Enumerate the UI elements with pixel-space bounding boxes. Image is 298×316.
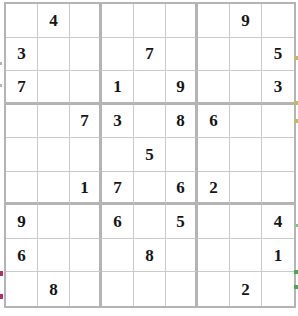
sudoku-cell-r6c3[interactable]: 1 [70, 172, 102, 206]
sudoku-cell-r2c6[interactable] [166, 38, 198, 72]
sudoku-cell-r4c3[interactable]: 7 [70, 105, 102, 139]
sudoku-cell-r2c8[interactable] [230, 38, 262, 72]
sudoku-cell-r1c7[interactable] [198, 4, 230, 38]
sudoku-cell-r3c4[interactable]: 1 [102, 71, 134, 105]
sudoku-cell-r3c5[interactable] [134, 71, 166, 105]
sudoku-cell-r2c7[interactable] [198, 38, 230, 72]
sudoku-cell-r1c1[interactable] [6, 4, 38, 38]
sudoku-cell-r6c9[interactable] [262, 172, 294, 206]
sudoku-cell-r1c6[interactable] [166, 4, 198, 38]
sudoku-cell-r7c7[interactable] [198, 205, 230, 239]
edge-mark-right-green-dot [296, 224, 298, 227]
edge-mark-right-green-1 [294, 270, 298, 274]
edge-mark-left-magenta-1 [0, 271, 3, 276]
sudoku-cell-r4c6[interactable]: 8 [166, 105, 198, 139]
sudoku-board: 493757193738651762965468182 [4, 2, 296, 308]
sudoku-cell-r7c2[interactable] [38, 205, 70, 239]
sudoku-cell-r2c4[interactable] [102, 38, 134, 72]
sudoku-cell-r6c6[interactable]: 6 [166, 172, 198, 206]
sudoku-cell-r7c6[interactable]: 5 [166, 205, 198, 239]
sudoku-cell-r9c4[interactable] [102, 272, 134, 306]
sudoku-cell-r8c8[interactable] [230, 239, 262, 273]
sudoku-cell-r5c4[interactable] [102, 138, 134, 172]
sudoku-cell-r7c8[interactable] [230, 205, 262, 239]
sudoku-cell-r9c9[interactable] [262, 272, 294, 306]
edge-mark-left-gray-dot-2 [0, 84, 2, 87]
sudoku-cell-r7c1[interactable]: 9 [6, 205, 38, 239]
sudoku-cell-r6c5[interactable] [134, 172, 166, 206]
sudoku-cell-r1c3[interactable] [70, 4, 102, 38]
sudoku-cell-r4c4[interactable]: 3 [102, 105, 134, 139]
sudoku-cell-r3c6[interactable]: 9 [166, 71, 198, 105]
sudoku-cell-r1c9[interactable] [262, 4, 294, 38]
sudoku-cell-r5c5[interactable]: 5 [134, 138, 166, 172]
sudoku-cell-r4c8[interactable] [230, 105, 262, 139]
sudoku-cell-r3c2[interactable] [38, 71, 70, 105]
sudoku-cell-r5c1[interactable] [6, 138, 38, 172]
sudoku-cell-r1c2[interactable]: 4 [38, 4, 70, 38]
sudoku-cell-r7c3[interactable] [70, 205, 102, 239]
sudoku-cell-r9c2[interactable]: 8 [38, 272, 70, 306]
sudoku-cell-r3c7[interactable] [198, 71, 230, 105]
sudoku-cell-r3c1[interactable]: 7 [6, 71, 38, 105]
sudoku-cell-r5c2[interactable] [38, 138, 70, 172]
sudoku-cell-r6c7[interactable]: 2 [198, 172, 230, 206]
sudoku-cell-r7c5[interactable] [134, 205, 166, 239]
sudoku-cell-r8c7[interactable] [198, 239, 230, 273]
sudoku-cell-r3c3[interactable] [70, 71, 102, 105]
sudoku-cell-r4c2[interactable] [38, 105, 70, 139]
sudoku-cell-r2c2[interactable] [38, 38, 70, 72]
edge-mark-right-yellow-1 [295, 56, 298, 60]
sudoku-cell-r9c8[interactable]: 2 [230, 272, 262, 306]
sudoku-cell-r6c4[interactable]: 7 [102, 172, 134, 206]
sudoku-cell-r9c6[interactable] [166, 272, 198, 306]
sudoku-cell-r1c5[interactable] [134, 4, 166, 38]
edge-mark-left-magenta-2 [0, 294, 3, 299]
sudoku-cell-r7c9[interactable]: 4 [262, 205, 294, 239]
sudoku-cell-r6c8[interactable] [230, 172, 262, 206]
sudoku-cell-r9c5[interactable] [134, 272, 166, 306]
sudoku-cell-r8c9[interactable]: 1 [262, 239, 294, 273]
sudoku-cell-r2c5[interactable]: 7 [134, 38, 166, 72]
sudoku-cell-r8c3[interactable] [70, 239, 102, 273]
edge-mark-right-green-2 [294, 285, 298, 289]
sudoku-cell-r8c1[interactable]: 6 [6, 239, 38, 273]
sudoku-cell-r5c8[interactable] [230, 138, 262, 172]
sudoku-cell-r5c9[interactable] [262, 138, 294, 172]
sudoku-cell-r8c5[interactable]: 8 [134, 239, 166, 273]
edge-mark-right-yellow-3 [295, 119, 298, 123]
sudoku-cell-r3c8[interactable] [230, 71, 262, 105]
sudoku-cell-r6c2[interactable] [38, 172, 70, 206]
sudoku-cell-r8c4[interactable] [102, 239, 134, 273]
sudoku-cell-r9c3[interactable] [70, 272, 102, 306]
sudoku-cell-r5c3[interactable] [70, 138, 102, 172]
sudoku-cell-r4c7[interactable]: 6 [198, 105, 230, 139]
sudoku-cell-r8c6[interactable] [166, 239, 198, 273]
sudoku-cell-r9c1[interactable] [6, 272, 38, 306]
sudoku-cell-r2c3[interactable] [70, 38, 102, 72]
sudoku-cell-r5c6[interactable] [166, 138, 198, 172]
sudoku-cell-r2c1[interactable]: 3 [6, 38, 38, 72]
sudoku-cell-r3c9[interactable]: 3 [262, 71, 294, 105]
sudoku-cell-r6c1[interactable] [6, 172, 38, 206]
sudoku-cell-r8c2[interactable] [38, 239, 70, 273]
edge-mark-right-yellow-2 [295, 101, 298, 105]
sudoku-cell-r9c7[interactable] [198, 272, 230, 306]
sudoku-cell-r7c4[interactable]: 6 [102, 205, 134, 239]
sudoku-page: { "game": "sudoku", "board": { "size": 9… [0, 0, 298, 316]
sudoku-cell-r4c9[interactable] [262, 105, 294, 139]
edge-mark-left-gray-dot-1 [0, 62, 2, 65]
sudoku-cell-r1c8[interactable]: 9 [230, 4, 262, 38]
sudoku-cell-r4c5[interactable] [134, 105, 166, 139]
sudoku-cell-r1c4[interactable] [102, 4, 134, 38]
sudoku-cell-r2c9[interactable]: 5 [262, 38, 294, 72]
sudoku-cell-r5c7[interactable] [198, 138, 230, 172]
sudoku-cell-r4c1[interactable] [6, 105, 38, 139]
